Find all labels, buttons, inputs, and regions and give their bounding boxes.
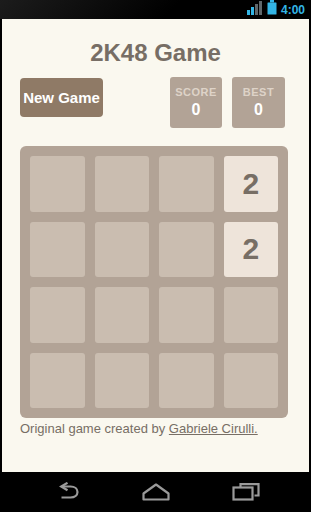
recents-icon[interactable] [230,481,262,503]
best-label: BEST [243,86,274,98]
empty-cell [30,222,85,278]
attribution-link[interactable]: Gabriele Cirulli. [169,421,258,436]
empty-cell [95,222,150,278]
empty-cell [95,287,150,343]
tile-2: 2 [224,156,279,212]
empty-cell [224,287,279,343]
empty-cell [95,156,150,212]
status-clock: 4:00 [281,3,305,17]
empty-cell [159,287,214,343]
empty-cell [95,353,150,409]
tile-2: 2 [224,222,279,278]
new-game-button[interactable]: New Game [20,78,103,117]
page-title: 2K48 Game [2,39,309,67]
score-value: 0 [192,101,201,119]
app-window: 2K48 Game New Game SCORE 0 BEST 0 22 Ori… [0,19,311,472]
score-label: SCORE [175,86,217,98]
android-nav-bar [0,472,311,512]
board-grid[interactable]: 22 [20,146,288,418]
empty-cell [30,156,85,212]
empty-cell [159,222,214,278]
empty-cell [224,353,279,409]
best-box: BEST 0 [232,77,285,128]
status-bar: 4:00 [0,0,311,19]
attribution: Original game created by Gabriele Cirull… [20,421,299,436]
score-box: SCORE 0 [170,77,222,128]
best-value: 0 [254,101,263,119]
empty-cell [159,353,214,409]
battery-icon [267,0,277,19]
home-icon[interactable] [140,481,172,503]
empty-cell [159,156,214,212]
signal-icon [247,1,263,19]
empty-cell [30,287,85,343]
attribution-text: Original game created by [20,421,169,436]
empty-cell [30,353,85,409]
back-icon[interactable] [50,481,82,503]
